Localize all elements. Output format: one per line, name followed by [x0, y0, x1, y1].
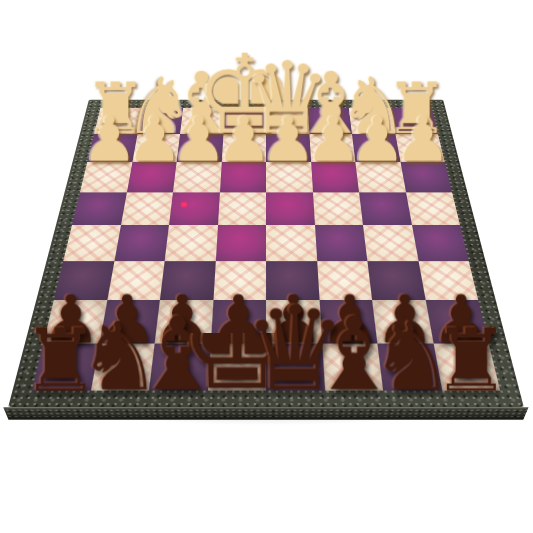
square-g5[interactable] [114, 225, 169, 261]
square-a5[interactable] [412, 225, 469, 261]
square-c4[interactable] [313, 192, 363, 225]
square-d4[interactable] [266, 192, 315, 225]
piece-glyph: ♟ [394, 108, 450, 171]
square-e4[interactable] [218, 192, 267, 225]
square-g4[interactable] [121, 192, 173, 225]
paint-speck [181, 202, 187, 207]
piece-glyph: ♜ [432, 316, 510, 403]
square-a4[interactable] [406, 192, 460, 225]
square-f5[interactable] [165, 225, 218, 261]
piece-white-pawn[interactable]: ♟ [358, 117, 487, 162]
square-d5[interactable] [266, 225, 317, 261]
square-h4[interactable] [72, 192, 126, 225]
square-b5[interactable] [363, 225, 418, 261]
square-c5[interactable] [315, 225, 368, 261]
square-e5[interactable] [215, 225, 266, 261]
square-b4[interactable] [359, 192, 411, 225]
photo-canvas: ♜♞♝♚♛♝♞♜♟♟♟♟♟♟♟♟♟♟♟♟♟♟♟♟♜♞♝♚♛♝♞♜ [0, 0, 533, 533]
square-f4[interactable] [169, 192, 219, 225]
square-h5[interactable] [63, 225, 120, 261]
piece-black-rook[interactable]: ♜ [386, 332, 533, 391]
